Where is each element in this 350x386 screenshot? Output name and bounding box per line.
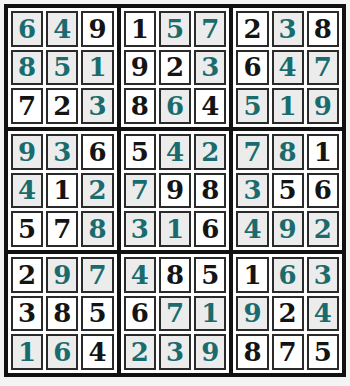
cell-r1c7[interactable]: 2 [236, 11, 268, 47]
cell-r5c1[interactable]: 4 [11, 173, 43, 209]
cell-r9c7[interactable]: 8 [236, 334, 268, 370]
cell-r6c7[interactable]: 4 [236, 211, 268, 247]
cell-r1c1[interactable]: 6 [11, 11, 43, 47]
cell-r9c5[interactable]: 3 [159, 334, 191, 370]
cell-r4c2[interactable]: 3 [46, 134, 78, 170]
cell-r7c6[interactable]: 5 [194, 257, 226, 293]
cell-r4c5[interactable]: 4 [159, 134, 191, 170]
cell-r7c1[interactable]: 2 [11, 257, 43, 293]
cell-r3c7[interactable]: 5 [236, 88, 268, 124]
cell-r5c6[interactable]: 8 [194, 173, 226, 209]
cell-r4c8[interactable]: 8 [272, 134, 304, 170]
cell-r8c5[interactable]: 7 [159, 296, 191, 332]
cell-r7c5[interactable]: 8 [159, 257, 191, 293]
cell-r3c3[interactable]: 3 [81, 88, 113, 124]
cell-r6c8[interactable]: 9 [272, 211, 304, 247]
cell-r4c1[interactable]: 9 [11, 134, 43, 170]
sudoku-board: 6498517231579238642386475199364125785427… [4, 4, 346, 377]
cell-r5c2[interactable]: 1 [46, 173, 78, 209]
box-8: 485671239 [121, 254, 230, 373]
cell-r3c8[interactable]: 1 [272, 88, 304, 124]
cell-r2c5[interactable]: 2 [159, 50, 191, 86]
cell-r2c8[interactable]: 4 [272, 50, 304, 86]
box-3: 238647519 [233, 8, 342, 127]
cell-r6c2[interactable]: 7 [46, 211, 78, 247]
cell-r2c1[interactable]: 8 [11, 50, 43, 86]
cell-r1c6[interactable]: 7 [194, 11, 226, 47]
cell-r8c8[interactable]: 2 [272, 296, 304, 332]
cell-r5c5[interactable]: 9 [159, 173, 191, 209]
cell-r5c4[interactable]: 7 [124, 173, 156, 209]
cell-r7c8[interactable]: 6 [272, 257, 304, 293]
box-9: 163924875 [233, 254, 342, 373]
cell-r4c3[interactable]: 6 [81, 134, 113, 170]
cell-r1c8[interactable]: 3 [272, 11, 304, 47]
cell-r6c1[interactable]: 5 [11, 211, 43, 247]
cell-r9c4[interactable]: 2 [124, 334, 156, 370]
box-5: 542798316 [121, 131, 230, 250]
cell-r3c9[interactable]: 9 [307, 88, 339, 124]
cell-r2c9[interactable]: 7 [307, 50, 339, 86]
cell-r2c7[interactable]: 6 [236, 50, 268, 86]
cell-r9c9[interactable]: 5 [307, 334, 339, 370]
cell-r8c7[interactable]: 9 [236, 296, 268, 332]
cell-r9c2[interactable]: 6 [46, 334, 78, 370]
cell-r2c6[interactable]: 3 [194, 50, 226, 86]
cell-r6c5[interactable]: 1 [159, 211, 191, 247]
cell-r1c4[interactable]: 1 [124, 11, 156, 47]
cell-r8c3[interactable]: 5 [81, 296, 113, 332]
cell-r9c1[interactable]: 1 [11, 334, 43, 370]
cell-r9c6[interactable]: 9 [194, 334, 226, 370]
cell-r2c2[interactable]: 5 [46, 50, 78, 86]
cell-r3c4[interactable]: 8 [124, 88, 156, 124]
cell-r2c4[interactable]: 9 [124, 50, 156, 86]
cell-r3c6[interactable]: 4 [194, 88, 226, 124]
cell-r6c4[interactable]: 3 [124, 211, 156, 247]
cell-r4c9[interactable]: 1 [307, 134, 339, 170]
cell-r2c3[interactable]: 1 [81, 50, 113, 86]
box-7: 297385164 [8, 254, 117, 373]
cell-r8c6[interactable]: 1 [194, 296, 226, 332]
cell-r1c9[interactable]: 8 [307, 11, 339, 47]
cell-r8c9[interactable]: 4 [307, 296, 339, 332]
cell-r8c4[interactable]: 6 [124, 296, 156, 332]
box-2: 157923864 [121, 8, 230, 127]
cell-r3c5[interactable]: 6 [159, 88, 191, 124]
cell-r1c2[interactable]: 4 [46, 11, 78, 47]
cell-r8c1[interactable]: 3 [11, 296, 43, 332]
box-6: 781356492 [233, 131, 342, 250]
cell-r5c8[interactable]: 5 [272, 173, 304, 209]
cell-r9c8[interactable]: 7 [272, 334, 304, 370]
cell-r1c5[interactable]: 5 [159, 11, 191, 47]
cell-r4c4[interactable]: 5 [124, 134, 156, 170]
cell-r8c2[interactable]: 8 [46, 296, 78, 332]
cell-r3c2[interactable]: 2 [46, 88, 78, 124]
box-1: 649851723 [8, 8, 117, 127]
cell-r4c7[interactable]: 7 [236, 134, 268, 170]
cell-r6c3[interactable]: 8 [81, 211, 113, 247]
cell-r7c2[interactable]: 9 [46, 257, 78, 293]
cell-r5c3[interactable]: 2 [81, 173, 113, 209]
box-4: 936412578 [8, 131, 117, 250]
cell-r5c9[interactable]: 6 [307, 173, 339, 209]
cell-r6c9[interactable]: 2 [307, 211, 339, 247]
cell-r7c4[interactable]: 4 [124, 257, 156, 293]
cell-r7c7[interactable]: 1 [236, 257, 268, 293]
cell-r7c3[interactable]: 7 [81, 257, 113, 293]
cell-r7c9[interactable]: 3 [307, 257, 339, 293]
cell-r3c1[interactable]: 7 [11, 88, 43, 124]
cell-r4c6[interactable]: 2 [194, 134, 226, 170]
cell-r1c3[interactable]: 9 [81, 11, 113, 47]
cell-r9c3[interactable]: 4 [81, 334, 113, 370]
cell-r6c6[interactable]: 6 [194, 211, 226, 247]
cell-r5c7[interactable]: 3 [236, 173, 268, 209]
